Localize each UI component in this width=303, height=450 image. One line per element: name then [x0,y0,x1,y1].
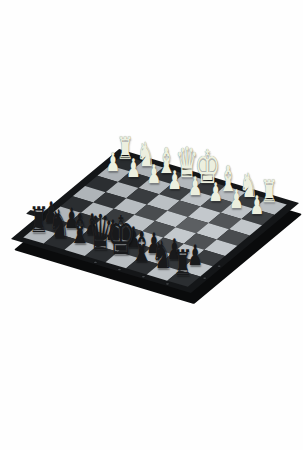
frame-screw [141,276,145,278]
frame-screw [165,283,169,285]
frame-screw [117,268,121,270]
frame-screw [217,265,221,267]
squares: ♜♞♝♛♚♝♞♜♟♟♟♟♟♟♟♟♟♟♟♟♟♟♟♟♜♞♝♛♚♝♞♜ [23,155,286,287]
product-photo: ♜♞♝♛♚♝♞♜♟♟♟♟♟♟♟♟♟♟♟♟♟♟♟♟♜♞♝♛♚♝♞♜ [0,0,303,450]
board-scene: ♜♞♝♛♚♝♞♜♟♟♟♟♟♟♟♟♟♟♟♟♟♟♟♟♜♞♝♛♚♝♞♜ [50,116,260,326]
chess-board: ♜♞♝♛♚♝♞♜♟♟♟♟♟♟♟♟♟♟♟♟♟♟♟♟♜♞♝♛♚♝♞♜ [11,149,299,293]
frame-screw [203,277,207,279]
frame-screw [93,261,97,263]
